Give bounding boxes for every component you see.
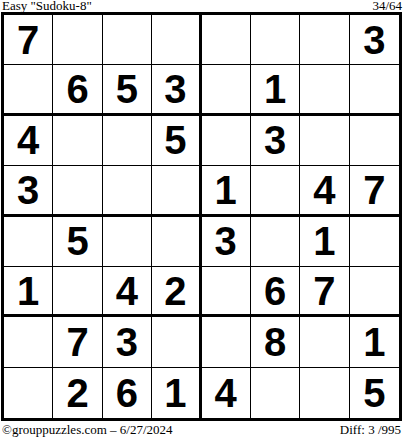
cell-r3c7[interactable] [300,116,349,166]
cell-r4c7[interactable]: 4 [300,166,349,216]
cell-r2c4[interactable]: 3 [152,65,201,115]
cell-r5c3[interactable] [103,217,152,267]
cell-r8c2[interactable]: 2 [53,368,102,418]
cell-r6c3[interactable]: 4 [103,267,152,317]
cell-r7c2[interactable]: 7 [53,317,102,367]
cell-r1c1[interactable]: 7 [4,15,53,65]
cell-r5c4[interactable] [152,217,201,267]
cell-r6c1[interactable]: 1 [4,267,53,317]
cell-r2c8[interactable] [350,65,399,115]
cell-r6c6[interactable]: 6 [251,267,300,317]
cell-r8c6[interactable] [251,368,300,418]
cell-r1c3[interactable] [103,15,152,65]
cell-r2c6[interactable]: 1 [251,65,300,115]
cell-r4c8[interactable]: 7 [350,166,399,216]
cell-r2c3[interactable]: 5 [103,65,152,115]
sudoku-board: 736531453314753114267738126145 [1,12,402,421]
cell-r4c6[interactable] [251,166,300,216]
cell-r8c7[interactable] [300,368,349,418]
cell-r1c8[interactable]: 3 [350,15,399,65]
cell-r6c2[interactable] [53,267,102,317]
cell-r7c3[interactable]: 3 [103,317,152,367]
cell-r1c7[interactable] [300,15,349,65]
cell-r6c5[interactable] [202,267,251,317]
cell-r6c4[interactable]: 2 [152,267,201,317]
copyright-text: ©grouppuzzles.com – 6/27/2024 [2,423,173,437]
cell-r4c5[interactable]: 1 [202,166,251,216]
cell-r6c7[interactable]: 7 [300,267,349,317]
cell-r7c4[interactable] [152,317,201,367]
cell-r2c2[interactable]: 6 [53,65,102,115]
cell-r7c8[interactable]: 1 [350,317,399,367]
cell-r3c5[interactable] [202,116,251,166]
cell-r4c4[interactable] [152,166,201,216]
cell-r3c6[interactable]: 3 [251,116,300,166]
cell-r7c5[interactable] [202,317,251,367]
cell-r8c4[interactable]: 1 [152,368,201,418]
cell-r8c5[interactable]: 4 [202,368,251,418]
cell-r5c7[interactable]: 1 [300,217,349,267]
cell-r3c2[interactable] [53,116,102,166]
cell-r2c5[interactable] [202,65,251,115]
cell-r7c6[interactable]: 8 [251,317,300,367]
cell-r8c8[interactable]: 5 [350,368,399,418]
cell-r4c3[interactable] [103,166,152,216]
difficulty-text: Diff: 3 /995 [340,423,401,437]
cell-r6c8[interactable] [350,267,399,317]
cell-r3c8[interactable] [350,116,399,166]
cell-r1c5[interactable] [202,15,251,65]
cell-r3c3[interactable] [103,116,152,166]
cell-r1c2[interactable] [53,15,102,65]
cell-r7c7[interactable] [300,317,349,367]
cell-r2c1[interactable] [4,65,53,115]
cell-r8c3[interactable]: 6 [103,368,152,418]
puzzle-title: Easy "Sudoku-8" [2,0,92,12]
header: Easy "Sudoku-8" 34/64 [0,0,403,12]
cell-r1c4[interactable] [152,15,201,65]
cell-r3c1[interactable]: 4 [4,116,53,166]
cell-r5c2[interactable]: 5 [53,217,102,267]
cell-r5c5[interactable]: 3 [202,217,251,267]
sudoku-page: Easy "Sudoku-8" 34/64 736531453314753114… [0,0,403,437]
clue-counter: 34/64 [372,0,402,12]
cell-r1c6[interactable] [251,15,300,65]
cell-r2c7[interactable] [300,65,349,115]
cell-r4c2[interactable] [53,166,102,216]
cell-r3c4[interactable]: 5 [152,116,201,166]
cell-r8c1[interactable] [4,368,53,418]
cell-r5c6[interactable] [251,217,300,267]
cell-r4c1[interactable]: 3 [4,166,53,216]
cell-r5c8[interactable] [350,217,399,267]
cell-r7c1[interactable] [4,317,53,367]
cell-r5c1[interactable] [4,217,53,267]
footer: ©grouppuzzles.com – 6/27/2024 Diff: 3 /9… [0,421,403,437]
